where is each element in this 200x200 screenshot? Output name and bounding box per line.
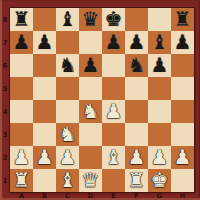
square-f2[interactable]: ♟ [125,146,148,169]
square-g5[interactable] [148,77,171,100]
piece-white-rook-a1[interactable]: ♜ [13,169,31,192]
piece-black-bishop-g7[interactable]: ♝ [151,31,169,54]
square-c2[interactable]: ♟ [56,146,79,169]
piece-white-queen-d1[interactable]: ♛ [82,169,100,192]
rank-label-5: 5 [0,77,10,100]
piece-white-rook-f1[interactable]: ♜ [128,169,146,192]
square-b2[interactable]: ♟ [33,146,56,169]
square-c1[interactable]: ♝ [56,169,79,192]
square-f7[interactable]: ♟ [125,31,148,54]
square-a1[interactable]: ♜ [10,169,33,192]
piece-white-knight-c3[interactable]: ♞ [59,123,77,146]
file-label-c: C [56,192,79,200]
square-h7[interactable]: ♟ [171,31,194,54]
square-d3[interactable] [79,123,102,146]
square-h1[interactable] [171,169,194,192]
square-a6[interactable] [10,54,33,77]
file-label-g: G [148,192,171,200]
square-a3[interactable] [10,123,33,146]
file-label-b: B [33,192,56,200]
square-d5[interactable] [79,77,102,100]
square-f8[interactable] [125,8,148,31]
file-label-h: H [171,192,194,200]
square-a2[interactable]: ♟ [10,146,33,169]
square-e8[interactable]: ♚ [102,8,125,31]
piece-white-pawn-c2[interactable]: ♟ [59,146,77,169]
rank-label-8: 8 [0,8,10,31]
square-b5[interactable] [33,77,56,100]
square-h4[interactable] [171,100,194,123]
piece-black-bishop-c8[interactable]: ♝ [59,8,77,31]
square-c6[interactable]: ♞ [56,54,79,77]
piece-white-pawn-e4[interactable]: ♟ [105,100,123,123]
piece-black-pawn-a7[interactable]: ♟ [13,31,31,54]
square-g3[interactable] [148,123,171,146]
piece-black-king-e8[interactable]: ♚ [105,8,123,31]
square-e5[interactable] [102,77,125,100]
piece-black-pawn-f7[interactable]: ♟ [128,31,146,54]
square-f1[interactable]: ♜ [125,169,148,192]
rank-label-3: 3 [0,123,10,146]
square-f3[interactable] [125,123,148,146]
square-f5[interactable] [125,77,148,100]
square-c7[interactable] [56,31,79,54]
file-label-f: F [125,192,148,200]
file-label-a: A [10,192,33,200]
square-g7[interactable]: ♝ [148,31,171,54]
rank-label-6: 6 [0,54,10,77]
square-h5[interactable] [171,77,194,100]
square-e4[interactable]: ♟ [102,100,125,123]
piece-black-pawn-g6[interactable]: ♟ [151,54,169,77]
square-c4[interactable] [56,100,79,123]
piece-white-pawn-f2[interactable]: ♟ [128,146,146,169]
square-c8[interactable]: ♝ [56,8,79,31]
square-a8[interactable]: ♜ [10,8,33,31]
square-f4[interactable] [125,100,148,123]
rank-label-7: 7 [0,31,10,54]
square-h6[interactable] [171,54,194,77]
piece-black-pawn-d6[interactable]: ♟ [82,54,100,77]
piece-black-pawn-b7[interactable]: ♟ [36,31,54,54]
file-label-e: E [102,192,125,200]
piece-white-pawn-h2[interactable]: ♟ [174,146,192,169]
square-h2[interactable]: ♟ [171,146,194,169]
piece-white-pawn-a2[interactable]: ♟ [13,146,31,169]
square-a5[interactable] [10,77,33,100]
piece-white-bishop-c1[interactable]: ♝ [59,169,77,192]
square-d8[interactable]: ♛ [79,8,102,31]
square-g6[interactable]: ♟ [148,54,171,77]
piece-black-pawn-h7[interactable]: ♟ [174,31,192,54]
square-b8[interactable] [33,8,56,31]
piece-white-pawn-g2[interactable]: ♟ [151,146,169,169]
square-c3[interactable]: ♞ [56,123,79,146]
square-d2[interactable] [79,146,102,169]
square-b6[interactable] [33,54,56,77]
rank-label-2: 2 [0,146,10,169]
square-d4[interactable]: ♞ [79,100,102,123]
rank-label-4: 4 [0,100,10,123]
piece-white-king-g1[interactable]: ♚ [151,169,169,192]
square-f6[interactable]: ♞ [125,54,148,77]
square-h3[interactable] [171,123,194,146]
square-b1[interactable] [33,169,56,192]
piece-white-knight-d4[interactable]: ♞ [82,100,100,123]
square-g1[interactable]: ♚ [148,169,171,192]
piece-white-bishop-e2[interactable]: ♝ [105,146,123,169]
square-g2[interactable]: ♟ [148,146,171,169]
rank-label-1: 1 [0,169,10,192]
board-frame: ♜♝♛♚♜♟♟♟♟♝♟♞♟♞♟♞♟♞♟♟♟♝♟♟♟♜♝♛♜♚ 87654321 … [0,0,200,200]
square-a4[interactable] [10,100,33,123]
square-a7[interactable]: ♟ [10,31,33,54]
piece-black-rook-a8[interactable]: ♜ [13,8,31,31]
square-e1[interactable] [102,169,125,192]
square-e7[interactable]: ♟ [102,31,125,54]
piece-white-pawn-b2[interactable]: ♟ [36,146,54,169]
square-e3[interactable] [102,123,125,146]
square-b4[interactable] [33,100,56,123]
piece-black-pawn-e7[interactable]: ♟ [105,31,123,54]
square-g8[interactable] [148,8,171,31]
square-e2[interactable]: ♝ [102,146,125,169]
square-d1[interactable]: ♛ [79,169,102,192]
piece-black-rook-h8[interactable]: ♜ [174,8,192,31]
square-b3[interactable] [33,123,56,146]
piece-black-knight-c6[interactable]: ♞ [59,54,77,77]
square-e6[interactable] [102,54,125,77]
square-h8[interactable]: ♜ [171,8,194,31]
chess-board: ♜♝♛♚♜♟♟♟♟♝♟♞♟♞♟♞♟♞♟♟♟♝♟♟♟♜♝♛♜♚ [10,8,194,192]
square-g4[interactable] [148,100,171,123]
piece-black-queen-d8[interactable]: ♛ [82,8,100,31]
square-b7[interactable]: ♟ [33,31,56,54]
file-label-d: D [79,192,102,200]
square-d6[interactable]: ♟ [79,54,102,77]
square-d7[interactable] [79,31,102,54]
piece-black-knight-f6[interactable]: ♞ [128,54,146,77]
square-c5[interactable] [56,77,79,100]
